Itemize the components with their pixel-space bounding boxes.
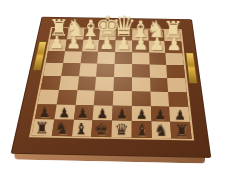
piece-bR-h8: ♜ [34, 120, 48, 136]
square-e2: ♟ [98, 40, 115, 52]
piece-bB-c8: ♝ [134, 122, 148, 138]
square-f4 [79, 63, 98, 76]
square-d3 [115, 52, 132, 65]
square-f3 [80, 51, 98, 64]
square-c4 [132, 64, 150, 77]
square-e1: ♚ [99, 29, 116, 40]
square-f6 [75, 90, 95, 105]
square-h6 [38, 89, 59, 104]
square-c5 [132, 77, 150, 91]
piece-bP-g7: ♟ [58, 107, 70, 120]
square-b1: ♞ [148, 30, 165, 41]
piece-bP-h7: ♟ [39, 106, 51, 119]
square-c1: ♝ [132, 29, 148, 40]
square-e7: ♟ [93, 105, 113, 121]
square-e6 [94, 90, 113, 105]
square-d5 [113, 77, 131, 91]
square-d7: ♟ [112, 105, 131, 121]
square-c2: ♟ [132, 40, 149, 52]
piece-bB-f8: ♝ [74, 121, 88, 137]
square-g3 [63, 51, 82, 64]
square-g5 [59, 76, 79, 90]
square-a3 [166, 53, 184, 66]
square-d8: ♛ [111, 121, 131, 138]
square-f5 [77, 76, 96, 90]
square-f2: ♟ [82, 40, 100, 52]
square-c7: ♟ [132, 106, 151, 122]
square-g8: ♞ [51, 120, 73, 137]
square-a6 [168, 92, 188, 107]
piece-bN-b8: ♞ [154, 122, 169, 138]
square-e5 [95, 77, 114, 91]
square-a8: ♜ [170, 122, 191, 139]
square-e8: ♚ [91, 120, 112, 137]
piece-bP-a7: ♟ [174, 109, 186, 122]
square-g7: ♟ [54, 104, 75, 120]
square-a1: ♜ [164, 30, 181, 41]
square-b8: ♞ [151, 121, 172, 138]
square-h8: ♜ [32, 119, 54, 136]
inlay-border: ♜♞♝♚♛♝♞♜♟♟♟♟♟♟♟♟♟♟♟♟♟♟♟♟♜♞♝♚♛♝♞♜ [29, 27, 194, 140]
piece-bP-e7: ♟ [97, 107, 109, 120]
square-c8: ♝ [131, 121, 151, 138]
piece-bP-b7: ♟ [155, 108, 167, 121]
piece-bN-g8: ♞ [54, 120, 68, 136]
square-a5 [167, 78, 186, 92]
square-d6 [113, 91, 132, 106]
piece-bK-e8: ♚ [94, 121, 108, 137]
square-g4 [61, 63, 80, 76]
piece-bP-c7: ♟ [135, 108, 147, 121]
square-f8: ♝ [71, 120, 92, 137]
square-c6 [132, 91, 151, 106]
square-b2: ♟ [148, 41, 165, 53]
square-h4 [43, 63, 63, 76]
piece-bP-d7: ♟ [116, 108, 128, 121]
square-h5 [41, 76, 61, 90]
square-b7: ♟ [150, 106, 170, 122]
square-d1: ♛ [116, 29, 132, 40]
square-h2: ♟ [48, 39, 67, 51]
square-h7: ♟ [35, 104, 57, 120]
square-d2: ♟ [115, 40, 132, 52]
square-e3 [97, 51, 115, 64]
square-c3 [132, 52, 149, 65]
square-a7: ♟ [169, 106, 190, 122]
square-h3 [46, 51, 65, 64]
piece-wR-a1: ♜ [163, 18, 184, 41]
folding-chessboard: ♜♞♝♚♛♝♞♜♟♟♟♟♟♟♟♟♟♟♟♟♟♟♟♟♜♞♝♚♛♝♞♜ [11, 17, 212, 158]
square-a4 [166, 65, 185, 78]
square-f1: ♝ [83, 29, 100, 40]
square-f7: ♟ [73, 105, 94, 121]
piece-bP-f7: ♟ [77, 107, 89, 120]
board-perspective-wrapper: ♜♞♝♚♛♝♞♜♟♟♟♟♟♟♟♟♟♟♟♟♟♟♟♟♜♞♝♚♛♝♞♜ [28, 0, 200, 169]
piece-bR-a8: ♜ [174, 123, 189, 139]
square-h1: ♜ [50, 28, 68, 39]
square-a2: ♟ [165, 41, 183, 53]
square-d4 [114, 64, 132, 77]
square-b3 [149, 52, 167, 65]
board-front-edge [14, 152, 205, 164]
chess-set-photo: ♜♞♝♚♛♝♞♜♟♟♟♟♟♟♟♟♟♟♟♟♟♟♟♟♜♞♝♚♛♝♞♜ [0, 0, 225, 169]
square-b4 [149, 65, 167, 78]
square-b5 [150, 78, 169, 92]
square-g6 [56, 90, 76, 105]
square-e4 [96, 64, 114, 77]
square-b6 [150, 91, 169, 106]
square-g2: ♟ [65, 39, 83, 51]
square-g1: ♞ [67, 28, 85, 39]
piece-bQ-d8: ♛ [114, 121, 128, 137]
chessboard-grid: ♜♞♝♚♛♝♞♜♟♟♟♟♟♟♟♟♟♟♟♟♟♟♟♟♜♞♝♚♛♝♞♜ [32, 28, 192, 139]
